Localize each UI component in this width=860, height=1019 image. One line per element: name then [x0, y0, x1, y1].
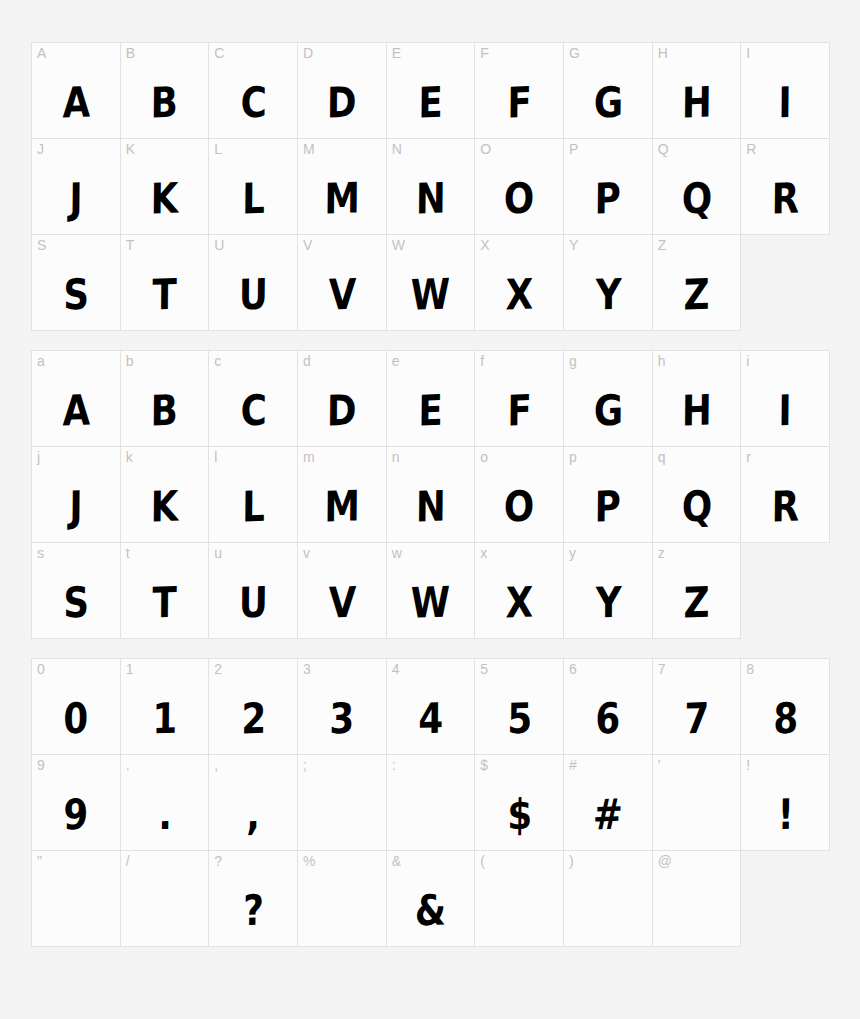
cell-charcode-label: K	[126, 142, 135, 156]
cell-glyph: R	[771, 485, 799, 542]
cell-charcode-label: G	[569, 46, 580, 60]
char-cell: ;	[298, 755, 387, 851]
cell-charcode-label: :	[392, 758, 396, 772]
cell-charcode-label: C	[214, 46, 224, 60]
char-cell: ZZ	[653, 235, 742, 331]
cell-glyph: U	[239, 581, 269, 638]
cell-glyph: W	[411, 273, 451, 330]
cell-glyph: H	[681, 81, 711, 138]
char-cell: JJ	[32, 139, 121, 235]
cell-glyph: L	[242, 178, 265, 235]
cell-glyph: D	[327, 81, 357, 138]
char-cell: hH	[653, 351, 742, 447]
cell-charcode-label: x	[480, 546, 487, 560]
cell-glyph: M	[324, 485, 360, 542]
char-cell: 88	[741, 659, 830, 755]
cell-charcode-label: #	[569, 758, 577, 772]
char-cell: AA	[32, 43, 121, 139]
cell-charcode-label: V	[303, 238, 312, 252]
cell-glyph: 9	[63, 794, 88, 851]
char-cell: HH	[653, 43, 742, 139]
char-cell: dD	[298, 351, 387, 447]
char-cell: oO	[475, 447, 564, 543]
char-cell: 99	[32, 755, 121, 851]
char-cell: WW	[387, 235, 476, 331]
cell-glyph: C	[240, 390, 267, 447]
cell-glyph: &	[415, 889, 447, 946]
char-cell: PP	[564, 139, 653, 235]
cell-glyph: G	[593, 81, 623, 138]
cell-charcode-label: (	[480, 854, 485, 868]
cell-glyph: G	[593, 389, 623, 446]
cell-glyph: J	[69, 178, 83, 235]
cell-charcode-label: i	[746, 354, 749, 368]
cell-charcode-label: J	[37, 142, 44, 156]
cell-glyph: 8	[773, 698, 798, 755]
cell-glyph: Z	[683, 582, 709, 639]
cell-glyph: S	[63, 274, 89, 331]
cell-glyph: F	[507, 82, 532, 139]
cell-charcode-label: '	[658, 758, 661, 772]
cell-charcode-label: @	[658, 854, 672, 868]
cell-charcode-label: A	[37, 46, 46, 60]
char-cell: II	[741, 43, 830, 139]
cell-charcode-label: S	[37, 238, 46, 252]
char-cell: FF	[475, 43, 564, 139]
cell-glyph: B	[151, 389, 179, 446]
glyph-table-symbols: 00112233445566778899..,,;:$$##'!!"/??%&&…	[31, 658, 830, 947]
cell-charcode-label: p	[569, 450, 577, 464]
cell-glyph: .	[158, 794, 172, 851]
char-cell: LL	[209, 139, 298, 235]
char-cell: qQ	[653, 447, 742, 543]
char-cell: XX	[475, 235, 564, 331]
char-cell: @	[653, 851, 742, 947]
cell-charcode-label: c	[214, 354, 221, 368]
cell-glyph: 5	[507, 698, 532, 755]
cell-glyph: S	[63, 582, 89, 639]
cell-charcode-label: o	[480, 450, 488, 464]
char-cell: MM	[298, 139, 387, 235]
char-cell: !!	[741, 755, 830, 851]
font-preview-page: AABBCCDDEEFFGGHHIIJJKKLLMMNNOOPPQQRRSSTT…	[0, 42, 860, 1019]
cell-charcode-label: X	[480, 238, 489, 252]
cell-glyph: B	[151, 81, 179, 138]
cell-glyph: E	[418, 390, 443, 447]
cell-glyph: N	[415, 485, 445, 542]
cell-charcode-label: q	[658, 450, 666, 464]
cell-charcode-label: 8	[746, 662, 754, 676]
cell-glyph: 6	[595, 698, 620, 755]
char-cell: TT	[121, 235, 210, 331]
cell-charcode-label: z	[658, 546, 665, 560]
glyph-table-lowercase: aAbBcCdDeEfFgGhHiIjJkKlLmMnNoOpPqQrRsStT…	[31, 350, 830, 639]
cell-charcode-label: I	[746, 46, 750, 60]
cell-glyph: D	[327, 389, 357, 446]
cell-glyph: R	[771, 177, 799, 234]
cell-charcode-label: j	[37, 450, 40, 464]
cell-charcode-label: 9	[37, 758, 45, 772]
cell-glyph: L	[242, 486, 265, 543]
cell-charcode-label: a	[37, 354, 45, 368]
cell-glyph: P	[595, 178, 622, 235]
char-cell: ??	[209, 851, 298, 947]
char-cell: ..	[121, 755, 210, 851]
cell-glyph: U	[239, 273, 269, 330]
cell-charcode-label: &	[392, 854, 401, 868]
char-cell: %	[298, 851, 387, 947]
cell-glyph: P	[595, 486, 622, 543]
char-cell: vV	[298, 543, 387, 639]
char-cell: yY	[564, 543, 653, 639]
cell-glyph: W	[411, 581, 451, 638]
cell-charcode-label: s	[37, 546, 44, 560]
cell-glyph: 1	[152, 698, 177, 755]
cell-charcode-label: f	[480, 354, 484, 368]
char-cell: $$	[475, 755, 564, 851]
cell-charcode-label: 0	[37, 662, 45, 676]
char-cell: CC	[209, 43, 298, 139]
glyph-table-uppercase: AABBCCDDEEFFGGHHIIJJKKLLMMNNOOPPQQRRSSTT…	[31, 42, 830, 331]
cell-charcode-label: /	[126, 854, 130, 868]
char-cell: ##	[564, 755, 653, 851]
char-cell: nN	[387, 447, 476, 543]
char-cell: jJ	[32, 447, 121, 543]
char-cell: /	[121, 851, 210, 947]
char-cell: &&	[387, 851, 476, 947]
cell-charcode-label: E	[392, 46, 401, 60]
char-cell: OO	[475, 139, 564, 235]
char-cell: xX	[475, 543, 564, 639]
cell-charcode-label: n	[392, 450, 400, 464]
char-cell: "	[32, 851, 121, 947]
cell-charcode-label: Y	[569, 238, 578, 252]
cell-charcode-label: d	[303, 354, 311, 368]
cell-charcode-label: t	[126, 546, 130, 560]
cell-charcode-label: P	[569, 142, 578, 156]
cell-glyph: 0	[63, 698, 88, 755]
cell-charcode-label: $	[480, 758, 488, 772]
cell-charcode-label: Z	[658, 238, 667, 252]
cell-glyph: ?	[243, 890, 264, 947]
cell-glyph: K	[151, 177, 179, 234]
cell-charcode-label: g	[569, 354, 577, 368]
char-cell: mM	[298, 447, 387, 543]
char-cell: )	[564, 851, 653, 947]
char-cell: QQ	[653, 139, 742, 235]
char-cell: 44	[387, 659, 476, 755]
char-cell: ,,	[209, 755, 298, 851]
cell-glyph: 4	[418, 698, 443, 755]
char-cell: DD	[298, 43, 387, 139]
char-cell: VV	[298, 235, 387, 331]
char-cell: wW	[387, 543, 476, 639]
cell-glyph: O	[504, 177, 535, 234]
cell-charcode-label: k	[126, 450, 133, 464]
char-cell: 33	[298, 659, 387, 755]
char-cell: cC	[209, 351, 298, 447]
cell-glyph: X	[505, 273, 533, 330]
cell-charcode-label: 5	[480, 662, 488, 676]
cell-charcode-label: h	[658, 354, 666, 368]
char-cell: BB	[121, 43, 210, 139]
cell-charcode-label: D	[303, 46, 313, 60]
cell-charcode-label: y	[569, 546, 576, 560]
char-cell: sS	[32, 543, 121, 639]
cell-glyph: T	[152, 274, 177, 331]
char-cell: kK	[121, 447, 210, 543]
char-cell: 00	[32, 659, 121, 755]
char-cell: zZ	[653, 543, 742, 639]
cell-charcode-label: v	[303, 546, 310, 560]
cell-glyph: O	[504, 485, 535, 542]
char-cell: NN	[387, 139, 476, 235]
cell-glyph: Q	[681, 177, 712, 234]
cell-glyph: M	[324, 177, 360, 234]
char-cell: uU	[209, 543, 298, 639]
char-cell: GG	[564, 43, 653, 139]
char-cell: '	[653, 755, 742, 851]
char-cell: UU	[209, 235, 298, 331]
char-cell: fF	[475, 351, 564, 447]
char-cell: pP	[564, 447, 653, 543]
empty-slot	[741, 543, 830, 639]
cell-glyph: V	[328, 581, 356, 638]
cell-glyph: Y	[595, 582, 621, 639]
cell-charcode-label: m	[303, 450, 315, 464]
empty-slot	[741, 851, 830, 947]
cell-glyph: Z	[683, 274, 709, 331]
char-cell: tT	[121, 543, 210, 639]
cell-charcode-label: W	[392, 238, 405, 252]
char-cell: 66	[564, 659, 653, 755]
cell-charcode-label: N	[392, 142, 402, 156]
cell-charcode-label: 7	[658, 662, 666, 676]
char-cell: bB	[121, 351, 210, 447]
cell-charcode-label: l	[214, 450, 217, 464]
cell-charcode-label: )	[569, 854, 574, 868]
cell-charcode-label: Q	[658, 142, 669, 156]
cell-charcode-label: ,	[214, 758, 218, 772]
cell-charcode-label: b	[126, 354, 134, 368]
cell-charcode-label: ?	[214, 854, 222, 868]
char-cell: eE	[387, 351, 476, 447]
cell-charcode-label: %	[303, 854, 315, 868]
char-cell: iI	[741, 351, 830, 447]
char-cell: :	[387, 755, 476, 851]
cell-glyph: 2	[241, 698, 266, 755]
cell-charcode-label: r	[746, 450, 751, 464]
cell-glyph: X	[505, 581, 533, 638]
cell-glyph: Q	[681, 485, 712, 542]
char-cell: EE	[387, 43, 476, 139]
cell-glyph: K	[151, 485, 179, 542]
cell-charcode-label: F	[480, 46, 489, 60]
cell-charcode-label: e	[392, 354, 400, 368]
cell-charcode-label: "	[37, 854, 42, 868]
char-cell: SS	[32, 235, 121, 331]
cell-glyph: C	[240, 82, 267, 139]
cell-glyph: H	[681, 389, 711, 446]
cell-glyph: A	[62, 389, 90, 446]
char-cell: rR	[741, 447, 830, 543]
cell-charcode-label: w	[392, 546, 402, 560]
cell-charcode-label: ;	[303, 758, 307, 772]
cell-glyph: F	[507, 390, 532, 447]
cell-charcode-label: O	[480, 142, 491, 156]
cell-charcode-label: M	[303, 142, 315, 156]
char-cell: 77	[653, 659, 742, 755]
cell-charcode-label: H	[658, 46, 668, 60]
cell-glyph: $	[507, 794, 532, 851]
cell-charcode-label: L	[214, 142, 222, 156]
cell-glyph: N	[415, 177, 445, 234]
cell-glyph: I	[778, 390, 792, 447]
char-cell: RR	[741, 139, 830, 235]
cell-glyph: !	[777, 794, 794, 851]
char-cell: KK	[121, 139, 210, 235]
cell-glyph: #	[593, 793, 623, 850]
cell-charcode-label: U	[214, 238, 224, 252]
char-cell: gG	[564, 351, 653, 447]
cell-charcode-label: 6	[569, 662, 577, 676]
char-cell: aA	[32, 351, 121, 447]
char-cell: 22	[209, 659, 298, 755]
cell-charcode-label: T	[126, 238, 135, 252]
cell-charcode-label: u	[214, 546, 222, 560]
cell-glyph: A	[62, 81, 90, 138]
cell-charcode-label: 2	[214, 662, 222, 676]
cell-charcode-label: .	[126, 758, 130, 772]
cell-charcode-label: 1	[126, 662, 134, 676]
cell-glyph: I	[778, 82, 792, 139]
cell-glyph: 7	[684, 698, 709, 755]
cell-charcode-label: R	[746, 142, 756, 156]
char-cell: 11	[121, 659, 210, 755]
char-cell: (	[475, 851, 564, 947]
char-cell: lL	[209, 447, 298, 543]
char-cell: YY	[564, 235, 653, 331]
cell-glyph: Y	[595, 274, 621, 331]
cell-glyph: ,	[246, 794, 260, 851]
cell-charcode-label: 4	[392, 662, 400, 676]
cell-glyph: J	[69, 486, 83, 543]
empty-slot	[741, 235, 830, 331]
cell-charcode-label: B	[126, 46, 135, 60]
cell-charcode-label: !	[746, 758, 750, 772]
char-cell: 55	[475, 659, 564, 755]
cell-glyph: E	[418, 82, 443, 139]
cell-glyph: 3	[329, 698, 354, 755]
cell-glyph: V	[328, 273, 356, 330]
cell-charcode-label: 3	[303, 662, 311, 676]
cell-glyph: T	[152, 582, 177, 639]
